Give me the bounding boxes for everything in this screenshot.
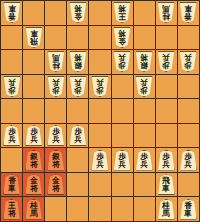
piece-kanji-bottom: 兵 (52, 78, 60, 86)
square-9f[interactable]: 歩兵 (1, 124, 22, 148)
square-2i[interactable]: 桂馬 (156, 197, 177, 221)
piece-kanji-bottom: 将 (74, 53, 82, 61)
square-5g[interactable]: 歩兵 (89, 148, 110, 172)
piece-kanji-top: 歩 (185, 61, 193, 69)
sente-歩兵-piece[interactable]: 歩兵 (3, 125, 21, 146)
square-7d[interactable]: 歩兵 (45, 75, 66, 99)
square-8h[interactable]: 金将 (23, 173, 44, 197)
piece-kanji-top: 桂 (163, 12, 171, 20)
square-7i[interactable] (45, 197, 66, 221)
square-1h[interactable] (178, 173, 199, 197)
square-7e[interactable] (45, 99, 66, 123)
sente-桂馬-piece[interactable]: 桂馬 (25, 199, 43, 220)
piece-kanji-bottom: 兵 (74, 78, 82, 86)
piece-kanji-bottom: 車 (185, 4, 193, 12)
square-7g[interactable]: 銀将 (45, 148, 66, 172)
piece-kanji-top: 歩 (52, 86, 60, 94)
piece-kanji-bottom: 兵 (8, 136, 16, 144)
square-3h[interactable] (134, 173, 155, 197)
shogi-board: 香車金将王将桂馬香車飛車金将桂馬銀将歩兵銀将歩兵歩兵歩兵歩兵歩兵歩兵歩兵歩兵歩兵… (0, 0, 200, 222)
sente-香車-piece[interactable]: 香車 (3, 174, 21, 195)
square-9c[interactable] (1, 50, 22, 74)
square-5b[interactable] (89, 26, 110, 50)
square-6c[interactable]: 銀将 (67, 50, 88, 74)
piece-kanji-bottom: 将 (74, 4, 82, 12)
square-7c[interactable]: 桂馬 (45, 50, 66, 74)
square-6g[interactable] (67, 148, 88, 172)
piece-kanji-bottom: 兵 (163, 161, 171, 169)
gote-歩兵-piece[interactable]: 歩兵 (179, 51, 197, 72)
piece-kanji-bottom: 将 (140, 53, 148, 61)
piece-kanji-bottom: 兵 (118, 53, 126, 61)
piece-kanji-bottom: 将 (8, 210, 16, 218)
sente-歩兵-piece[interactable]: 歩兵 (135, 150, 153, 171)
square-8a[interactable] (23, 1, 44, 25)
square-5c[interactable] (89, 50, 110, 74)
piece-kanji-bottom: 将 (52, 185, 60, 193)
piece-kanji-top: 歩 (74, 86, 82, 94)
square-6e[interactable] (67, 99, 88, 123)
square-8c[interactable] (23, 50, 44, 74)
square-3b[interactable] (134, 26, 155, 50)
square-1g[interactable]: 歩兵 (178, 148, 199, 172)
gote-銀将-piece[interactable]: 銀将 (135, 51, 153, 72)
sente-歩兵-piece[interactable]: 歩兵 (69, 125, 87, 146)
square-6i[interactable] (67, 197, 88, 221)
piece-kanji-bottom: 兵 (163, 53, 171, 61)
square-1d[interactable] (178, 75, 199, 99)
piece-kanji-bottom: 兵 (8, 78, 16, 86)
piece-kanji-bottom: 兵 (96, 78, 104, 86)
square-9i[interactable]: 王将 (1, 197, 22, 221)
piece-kanji-bottom: 将 (30, 161, 38, 169)
square-8b[interactable]: 飛車 (23, 26, 44, 50)
shogi-app: 香車金将王将桂馬香車飛車金将桂馬銀将歩兵銀将歩兵歩兵歩兵歩兵歩兵歩兵歩兵歩兵歩兵… (0, 0, 200, 222)
gote-桂馬-piece[interactable]: 桂馬 (157, 2, 175, 23)
piece-kanji-bottom: 車 (8, 185, 16, 193)
piece-kanji-top: 王 (118, 12, 126, 20)
piece-kanji-bottom: 車 (185, 210, 193, 218)
piece-kanji-bottom: 馬 (163, 4, 171, 12)
piece-kanji-bottom: 将 (30, 185, 38, 193)
square-2e[interactable] (156, 99, 177, 123)
square-1c[interactable]: 歩兵 (178, 50, 199, 74)
square-4b[interactable]: 金将 (112, 26, 133, 50)
square-6h[interactable] (67, 173, 88, 197)
gote-香車-piece[interactable]: 香車 (179, 2, 197, 23)
sente-歩兵-piece[interactable]: 歩兵 (91, 150, 109, 171)
piece-kanji-top: 歩 (163, 61, 171, 69)
square-3e[interactable] (134, 99, 155, 123)
piece-kanji-top: 銀 (74, 61, 82, 69)
square-2c[interactable]: 歩兵 (156, 50, 177, 74)
sente-歩兵-piece[interactable]: 歩兵 (179, 150, 197, 171)
piece-kanji-bottom: 将 (118, 4, 126, 12)
sente-金将-piece[interactable]: 金将 (25, 174, 43, 195)
piece-kanji-bottom: 馬 (30, 210, 38, 218)
square-4e[interactable] (112, 99, 133, 123)
piece-kanji-top: 飛 (30, 37, 38, 45)
sente-王将-piece[interactable]: 王将 (3, 199, 21, 220)
square-9a[interactable]: 香車 (1, 1, 22, 25)
gote-香車-piece[interactable]: 香車 (3, 2, 21, 23)
piece-kanji-bottom: 馬 (52, 53, 60, 61)
piece-kanji-top: 香 (185, 12, 193, 20)
square-1i[interactable]: 香車 (178, 197, 199, 221)
piece-kanji-bottom: 車 (8, 4, 16, 12)
gote-王将-piece[interactable]: 王将 (113, 2, 131, 23)
piece-kanji-bottom: 車 (163, 185, 171, 193)
piece-kanji-top: 歩 (118, 61, 126, 69)
piece-kanji-bottom: 車 (30, 29, 38, 37)
square-8d[interactable] (23, 75, 44, 99)
square-4c[interactable]: 歩兵 (112, 50, 133, 74)
square-6f[interactable]: 歩兵 (67, 124, 88, 148)
square-9g[interactable] (1, 148, 22, 172)
square-2f[interactable] (156, 124, 177, 148)
piece-kanji-bottom: 兵 (185, 53, 193, 61)
square-8i[interactable]: 桂馬 (23, 197, 44, 221)
piece-kanji-bottom: 兵 (185, 161, 193, 169)
square-5f[interactable] (89, 124, 110, 148)
square-3c[interactable]: 銀将 (134, 50, 155, 74)
sente-歩兵-piece[interactable]: 歩兵 (25, 125, 43, 146)
piece-kanji-top: 歩 (96, 86, 104, 94)
gote-歩兵-piece[interactable]: 歩兵 (47, 76, 65, 97)
gote-歩兵-piece[interactable]: 歩兵 (91, 76, 109, 97)
square-2b[interactable] (156, 26, 177, 50)
square-2d[interactable] (156, 75, 177, 99)
square-4f[interactable] (112, 124, 133, 148)
gote-歩兵-piece[interactable]: 歩兵 (135, 76, 153, 97)
piece-kanji-bottom: 兵 (30, 136, 38, 144)
square-4h[interactable] (112, 173, 133, 197)
square-8f[interactable]: 歩兵 (23, 124, 44, 148)
square-9b[interactable] (1, 26, 22, 50)
piece-kanji-top: 金 (118, 37, 126, 45)
square-2h[interactable]: 飛車 (156, 173, 177, 197)
square-3a[interactable] (134, 1, 155, 25)
square-5i[interactable] (89, 197, 110, 221)
square-2g[interactable]: 歩兵 (156, 148, 177, 172)
square-5e[interactable] (89, 99, 110, 123)
square-7b[interactable] (45, 26, 66, 50)
sente-香車-piece[interactable]: 香車 (179, 199, 197, 220)
square-4g[interactable]: 歩兵 (112, 148, 133, 172)
square-7a[interactable] (45, 1, 66, 25)
square-9d[interactable]: 歩兵 (1, 75, 22, 99)
piece-kanji-top: 金 (74, 12, 82, 20)
piece-kanji-bottom: 兵 (52, 136, 60, 144)
piece-kanji-bottom: 馬 (163, 210, 171, 218)
square-1a[interactable]: 香車 (178, 1, 199, 25)
square-9e[interactable] (1, 99, 22, 123)
sente-飛車-piece[interactable]: 飛車 (157, 174, 175, 195)
square-9h[interactable]: 香車 (1, 173, 22, 197)
piece-kanji-top: 銀 (140, 61, 148, 69)
square-5d[interactable]: 歩兵 (89, 75, 110, 99)
gote-桂馬-piece[interactable]: 桂馬 (47, 51, 65, 72)
square-3d[interactable]: 歩兵 (134, 75, 155, 99)
gote-歩兵-piece[interactable]: 歩兵 (113, 51, 131, 72)
sente-歩兵-piece[interactable]: 歩兵 (47, 125, 65, 146)
square-7h[interactable]: 金将 (45, 173, 66, 197)
piece-kanji-bottom: 兵 (96, 161, 104, 169)
piece-kanji-bottom: 兵 (118, 161, 126, 169)
piece-kanji-top: 歩 (8, 86, 16, 94)
square-3g[interactable]: 歩兵 (134, 148, 155, 172)
square-3f[interactable] (134, 124, 155, 148)
square-6d[interactable]: 歩兵 (67, 75, 88, 99)
square-1b[interactable] (178, 26, 199, 50)
square-1e[interactable] (178, 99, 199, 123)
square-4i[interactable] (112, 197, 133, 221)
sente-歩兵-piece[interactable]: 歩兵 (113, 150, 131, 171)
piece-kanji-bottom: 兵 (140, 78, 148, 86)
square-8g[interactable]: 銀将 (23, 148, 44, 172)
square-4a[interactable]: 王将 (112, 1, 133, 25)
square-6a[interactable]: 金将 (67, 1, 88, 25)
piece-kanji-bottom: 将 (52, 161, 60, 169)
piece-kanji-top: 香 (8, 12, 16, 20)
gote-歩兵-piece[interactable]: 歩兵 (69, 76, 87, 97)
piece-kanji-top: 歩 (140, 86, 148, 94)
piece-kanji-bottom: 兵 (140, 161, 148, 169)
piece-kanji-top: 桂 (52, 61, 60, 69)
square-2a[interactable]: 桂馬 (156, 1, 177, 25)
square-5h[interactable] (89, 173, 110, 197)
sente-金将-piece[interactable]: 金将 (47, 174, 65, 195)
sente-桂馬-piece[interactable]: 桂馬 (157, 199, 175, 220)
square-4d[interactable] (112, 75, 133, 99)
square-7f[interactable]: 歩兵 (45, 124, 66, 148)
square-3i[interactable] (134, 197, 155, 221)
gote-金将-piece[interactable]: 金将 (113, 27, 131, 48)
sente-銀将-piece[interactable]: 銀将 (47, 150, 65, 171)
square-1f[interactable] (178, 124, 199, 148)
sente-歩兵-piece[interactable]: 歩兵 (157, 150, 175, 171)
gote-金将-piece[interactable]: 金将 (69, 2, 87, 23)
square-6b[interactable] (67, 26, 88, 50)
gote-銀将-piece[interactable]: 銀将 (69, 51, 87, 72)
gote-歩兵-piece[interactable]: 歩兵 (157, 51, 175, 72)
square-8e[interactable] (23, 99, 44, 123)
piece-kanji-bottom: 兵 (74, 136, 82, 144)
gote-飛車-piece[interactable]: 飛車 (25, 27, 43, 48)
square-5a[interactable] (89, 1, 110, 25)
sente-銀将-piece[interactable]: 銀将 (25, 150, 43, 171)
piece-kanji-bottom: 将 (118, 29, 126, 37)
gote-歩兵-piece[interactable]: 歩兵 (3, 76, 21, 97)
